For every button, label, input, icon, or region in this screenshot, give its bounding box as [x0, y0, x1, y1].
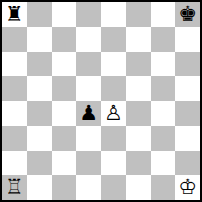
square-c8[interactable]: [52, 2, 77, 27]
square-b8[interactable]: [27, 2, 52, 27]
square-f5[interactable]: [126, 76, 151, 101]
square-b6[interactable]: [27, 52, 52, 77]
square-e5[interactable]: [101, 76, 126, 101]
piece-white-pawn: ♙: [104, 103, 123, 124]
square-e4[interactable]: ♙: [101, 101, 126, 126]
square-d5[interactable]: [76, 76, 101, 101]
square-a4[interactable]: [2, 101, 27, 126]
square-f1[interactable]: [126, 175, 151, 200]
square-f6[interactable]: [126, 52, 151, 77]
square-d6[interactable]: [76, 52, 101, 77]
square-g8[interactable]: [151, 2, 176, 27]
square-c6[interactable]: [52, 52, 77, 77]
square-g4[interactable]: [151, 101, 176, 126]
square-c3[interactable]: [52, 126, 77, 151]
square-h7[interactable]: [175, 27, 200, 52]
square-g6[interactable]: [151, 52, 176, 77]
square-b3[interactable]: [27, 126, 52, 151]
square-a7[interactable]: [2, 27, 27, 52]
square-g3[interactable]: [151, 126, 176, 151]
piece-black-pawn: ♟: [79, 103, 98, 124]
square-a6[interactable]: [2, 52, 27, 77]
square-g7[interactable]: [151, 27, 176, 52]
square-e8[interactable]: [101, 2, 126, 27]
square-a5[interactable]: [2, 76, 27, 101]
square-h5[interactable]: [175, 76, 200, 101]
square-d3[interactable]: [76, 126, 101, 151]
square-f2[interactable]: [126, 151, 151, 176]
square-d8[interactable]: [76, 2, 101, 27]
square-h2[interactable]: [175, 151, 200, 176]
square-g1[interactable]: [151, 175, 176, 200]
square-a8[interactable]: ♜: [2, 2, 27, 27]
square-g2[interactable]: [151, 151, 176, 176]
square-c1[interactable]: [52, 175, 77, 200]
square-c7[interactable]: [52, 27, 77, 52]
square-h6[interactable]: [175, 52, 200, 77]
square-e1[interactable]: [101, 175, 126, 200]
square-f3[interactable]: [126, 126, 151, 151]
square-a3[interactable]: [2, 126, 27, 151]
square-a2[interactable]: [2, 151, 27, 176]
square-f4[interactable]: [126, 101, 151, 126]
square-f7[interactable]: [126, 27, 151, 52]
square-e2[interactable]: [101, 151, 126, 176]
square-d1[interactable]: [76, 175, 101, 200]
square-b4[interactable]: [27, 101, 52, 126]
piece-white-king: ♔: [178, 177, 197, 198]
square-h3[interactable]: [175, 126, 200, 151]
piece-black-king: ♚: [178, 4, 197, 25]
square-b7[interactable]: [27, 27, 52, 52]
square-e3[interactable]: [101, 126, 126, 151]
square-d4[interactable]: ♟: [76, 101, 101, 126]
square-a1[interactable]: ♖: [2, 175, 27, 200]
square-h1[interactable]: ♔: [175, 175, 200, 200]
square-e7[interactable]: [101, 27, 126, 52]
square-c4[interactable]: [52, 101, 77, 126]
square-b1[interactable]: [27, 175, 52, 200]
square-c5[interactable]: [52, 76, 77, 101]
chess-board: ♜♚♟♙♖♔: [0, 0, 202, 202]
square-d7[interactable]: [76, 27, 101, 52]
square-c2[interactable]: [52, 151, 77, 176]
square-b5[interactable]: [27, 76, 52, 101]
piece-white-rook: ♖: [5, 177, 24, 198]
square-f8[interactable]: [126, 2, 151, 27]
square-e6[interactable]: [101, 52, 126, 77]
square-b2[interactable]: [27, 151, 52, 176]
square-g5[interactable]: [151, 76, 176, 101]
square-h8[interactable]: ♚: [175, 2, 200, 27]
piece-black-rook: ♜: [5, 4, 24, 25]
square-d2[interactable]: [76, 151, 101, 176]
square-h4[interactable]: [175, 101, 200, 126]
